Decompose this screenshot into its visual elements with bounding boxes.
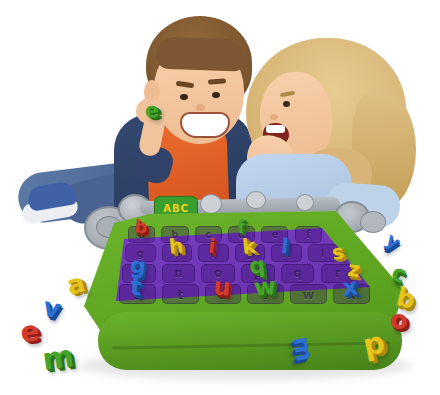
loose-letter-m[interactable]: m xyxy=(289,335,317,364)
letter-tile-b[interactable]: b xyxy=(133,217,148,236)
loose-letter-p[interactable]: p xyxy=(360,327,387,361)
loose-letter-y[interactable]: y xyxy=(382,230,403,253)
letter-tile-t[interactable]: t xyxy=(129,274,143,299)
letter-tile-h[interactable]: h xyxy=(168,235,184,256)
loose-letter-a[interactable]: a xyxy=(64,269,88,299)
letter-tile-i[interactable]: i xyxy=(208,236,217,257)
loose-letter-m[interactable]: m xyxy=(40,341,75,375)
letters-layer: bfhiklgqtuwxszyavemmcbope xyxy=(0,0,440,395)
letter-tile-w[interactable]: w xyxy=(253,274,278,300)
loose-letter-v[interactable]: v xyxy=(41,294,63,323)
loose-letter-e[interactable]: e xyxy=(19,317,41,347)
loose-letter-z[interactable]: z xyxy=(346,259,361,281)
letter-tile-l[interactable]: l xyxy=(281,236,290,257)
loose-letter-o[interactable]: o xyxy=(390,307,408,333)
loose-letter-s[interactable]: s xyxy=(330,241,345,263)
scene: ABC abcdefghijklmnopqrstuvwx bfhiklgqtuw… xyxy=(0,0,440,395)
letter-tile-u[interactable]: u xyxy=(212,274,232,300)
held-letter-e[interactable]: e xyxy=(143,100,160,123)
